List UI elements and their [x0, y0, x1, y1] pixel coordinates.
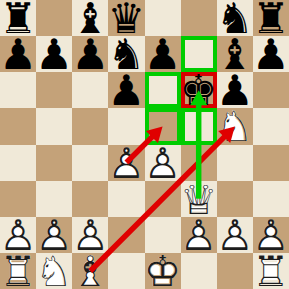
piece-glyph: ♟ — [0, 36, 36, 72]
piece-glyph-outline: ♘ — [217, 108, 253, 144]
piece-glyph: ♟ — [108, 72, 144, 108]
square-c4[interactable] — [72, 145, 108, 181]
square-f8[interactable] — [181, 0, 217, 36]
square-d4[interactable]: ♟♙ — [108, 145, 144, 181]
square-f1[interactable] — [181, 253, 217, 289]
square-e1[interactable]: ♚♔ — [145, 253, 181, 289]
piece-glyph-outline: ♖ — [253, 253, 289, 289]
piece-glyph-outline: ♙ — [145, 145, 181, 181]
piece-glyph-outline: ♙ — [108, 145, 144, 181]
white-pawn[interactable]: ♟♙ — [145, 145, 181, 181]
square-b5[interactable] — [36, 108, 72, 144]
piece-glyph-outline: ♙ — [181, 217, 217, 253]
piece-glyph-outline: ♖ — [0, 253, 36, 289]
square-e6[interactable] — [145, 72, 181, 108]
square-h5[interactable] — [253, 108, 289, 144]
white-rook[interactable]: ♜♖ — [0, 253, 36, 289]
square-c7[interactable]: ♟ — [72, 36, 108, 72]
piece-glyph-outline: ♙ — [217, 217, 253, 253]
square-g2[interactable]: ♟♙ — [217, 217, 253, 253]
square-d6[interactable]: ♟ — [108, 72, 144, 108]
square-e4[interactable]: ♟♙ — [145, 145, 181, 181]
square-e3[interactable] — [145, 181, 181, 217]
square-h1[interactable]: ♜♖ — [253, 253, 289, 289]
square-f2[interactable]: ♟♙ — [181, 217, 217, 253]
square-f5[interactable] — [181, 108, 217, 144]
white-bishop[interactable]: ♝♗ — [72, 253, 108, 289]
white-rook[interactable]: ♜♖ — [253, 253, 289, 289]
black-pawn[interactable]: ♟ — [72, 36, 108, 72]
square-d2[interactable] — [108, 217, 144, 253]
square-d3[interactable] — [108, 181, 144, 217]
white-pawn[interactable]: ♟♙ — [108, 145, 144, 181]
square-a1[interactable]: ♜♖ — [0, 253, 36, 289]
black-king[interactable]: ♚ — [181, 72, 217, 108]
white-knight[interactable]: ♞♘ — [217, 108, 253, 144]
square-a5[interactable] — [0, 108, 36, 144]
square-c1[interactable]: ♝♗ — [72, 253, 108, 289]
white-pawn[interactable]: ♟♙ — [217, 217, 253, 253]
piece-glyph: ♟ — [72, 36, 108, 72]
white-knight[interactable]: ♞♘ — [36, 253, 72, 289]
piece-glyph: ♟ — [253, 36, 289, 72]
square-a4[interactable] — [0, 145, 36, 181]
chess-board[interactable]: ♜♝♛♞♜♟♟♟♞♟♝♟♟♚♟♞♘♟♙♟♙♛♕♟♙♟♙♟♙♟♙♟♙♟♙♜♖♞♘♝… — [0, 0, 289, 289]
black-pawn[interactable]: ♟ — [36, 36, 72, 72]
piece-glyph-outline: ♗ — [72, 253, 108, 289]
square-f6[interactable]: ♚ — [181, 72, 217, 108]
square-h4[interactable] — [253, 145, 289, 181]
square-b4[interactable] — [36, 145, 72, 181]
white-king[interactable]: ♚♔ — [145, 253, 181, 289]
square-b6[interactable] — [36, 72, 72, 108]
piece-glyph: ♟ — [145, 36, 181, 72]
square-b1[interactable]: ♞♘ — [36, 253, 72, 289]
square-b7[interactable]: ♟ — [36, 36, 72, 72]
square-a7[interactable]: ♟ — [0, 36, 36, 72]
white-pawn[interactable]: ♟♙ — [181, 217, 217, 253]
black-pawn[interactable]: ♟ — [145, 36, 181, 72]
square-c6[interactable] — [72, 72, 108, 108]
square-e7[interactable]: ♟ — [145, 36, 181, 72]
square-a6[interactable] — [0, 72, 36, 108]
square-d1[interactable] — [108, 253, 144, 289]
square-c5[interactable] — [72, 108, 108, 144]
square-g5[interactable]: ♞♘ — [217, 108, 253, 144]
piece-glyph: ♟ — [36, 36, 72, 72]
square-g4[interactable] — [217, 145, 253, 181]
black-pawn[interactable]: ♟ — [253, 36, 289, 72]
piece-glyph-outline: ♔ — [145, 253, 181, 289]
black-pawn[interactable]: ♟ — [0, 36, 36, 72]
square-h6[interactable] — [253, 72, 289, 108]
black-pawn[interactable]: ♟ — [108, 72, 144, 108]
square-g1[interactable] — [217, 253, 253, 289]
piece-glyph-outline: ♘ — [36, 253, 72, 289]
chess-board-container: ♜♝♛♞♜♟♟♟♞♟♝♟♟♚♟♞♘♟♙♟♙♛♕♟♙♟♙♟♙♟♙♟♙♟♙♜♖♞♘♝… — [0, 0, 289, 289]
square-h7[interactable]: ♟ — [253, 36, 289, 72]
piece-glyph: ♚ — [181, 72, 217, 108]
